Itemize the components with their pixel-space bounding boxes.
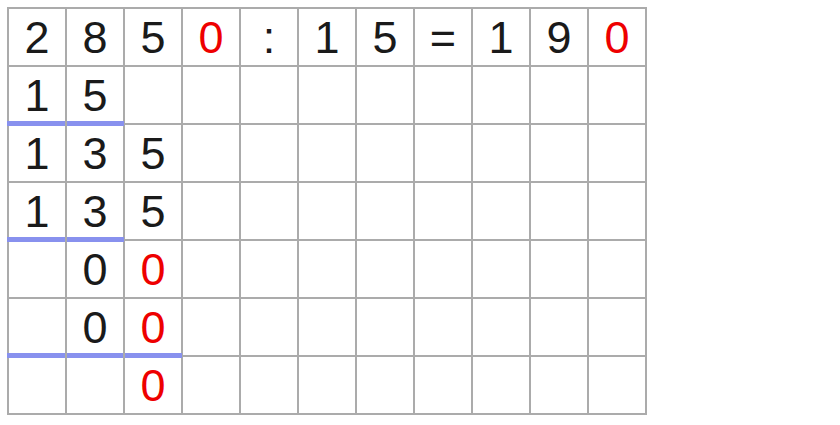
- grid-cell[interactable]: [299, 299, 355, 355]
- grid-cell[interactable]: 9: [531, 9, 587, 65]
- grid-cell[interactable]: [357, 241, 413, 297]
- grid-cell[interactable]: 8: [67, 9, 123, 65]
- grid-cell[interactable]: [125, 67, 181, 123]
- grid-cell[interactable]: [183, 183, 239, 239]
- grid-cell[interactable]: [241, 125, 297, 181]
- grid-cell[interactable]: 0: [589, 9, 645, 65]
- grid-cell[interactable]: [241, 67, 297, 123]
- grid-cell[interactable]: [473, 67, 529, 123]
- grid-cell[interactable]: [241, 241, 297, 297]
- grid-cell[interactable]: [589, 125, 645, 181]
- grid-cell[interactable]: [531, 299, 587, 355]
- grid-cell[interactable]: [241, 183, 297, 239]
- grid-cell[interactable]: 5: [67, 67, 123, 123]
- grid-cell[interactable]: [299, 357, 355, 413]
- grid-cell[interactable]: [531, 357, 587, 413]
- grid-cell[interactable]: 1: [299, 9, 355, 65]
- grid-cell[interactable]: [241, 357, 297, 413]
- grid-cell[interactable]: 0: [125, 241, 181, 297]
- grid-cell[interactable]: [241, 299, 297, 355]
- grid-cell[interactable]: [531, 67, 587, 123]
- grid-cell[interactable]: 3: [67, 183, 123, 239]
- grid-cell[interactable]: [299, 125, 355, 181]
- grid-cell[interactable]: [67, 357, 123, 413]
- grid-cell[interactable]: [589, 357, 645, 413]
- grid-cell[interactable]: [531, 183, 587, 239]
- grid-cell[interactable]: [415, 183, 471, 239]
- grid-cell[interactable]: [299, 67, 355, 123]
- grid-cell[interactable]: [589, 299, 645, 355]
- grid-cell[interactable]: [531, 125, 587, 181]
- grid-cell[interactable]: [9, 299, 65, 355]
- grid-cell[interactable]: 5: [125, 125, 181, 181]
- grid-cell[interactable]: [183, 67, 239, 123]
- grid-cell[interactable]: 5: [357, 9, 413, 65]
- grid-cell[interactable]: [357, 67, 413, 123]
- grid-cell[interactable]: [9, 357, 65, 413]
- grid-cell[interactable]: 1: [9, 125, 65, 181]
- grid-cell[interactable]: [415, 241, 471, 297]
- grid-cell[interactable]: [415, 357, 471, 413]
- grid-cell[interactable]: 1: [473, 9, 529, 65]
- grid-cell[interactable]: 2: [9, 9, 65, 65]
- grid-cell[interactable]: [473, 357, 529, 413]
- grid-cell[interactable]: [415, 67, 471, 123]
- grid-cell[interactable]: 1: [9, 183, 65, 239]
- division-worksheet: 2850:15=1901513513500000: [7, 7, 647, 415]
- grid-cell[interactable]: [183, 241, 239, 297]
- grid-cell[interactable]: [357, 357, 413, 413]
- grid-cell[interactable]: [473, 241, 529, 297]
- grid-cell[interactable]: [299, 183, 355, 239]
- grid-cell[interactable]: [589, 67, 645, 123]
- grid-cell[interactable]: 0: [67, 299, 123, 355]
- grid-cell[interactable]: [183, 357, 239, 413]
- grid-cell[interactable]: [589, 183, 645, 239]
- grid-cell[interactable]: =: [415, 9, 471, 65]
- grid-cell[interactable]: 0: [183, 9, 239, 65]
- grid-cell[interactable]: 0: [67, 241, 123, 297]
- grid-cell[interactable]: 3: [67, 125, 123, 181]
- grid-cell[interactable]: [473, 299, 529, 355]
- grid-cell[interactable]: [357, 125, 413, 181]
- grid-cell[interactable]: [473, 183, 529, 239]
- grid-cell[interactable]: 1: [9, 67, 65, 123]
- grid-cell[interactable]: 0: [125, 299, 181, 355]
- grid-cell[interactable]: [415, 125, 471, 181]
- grid-cell[interactable]: [473, 125, 529, 181]
- grid-cell[interactable]: [299, 241, 355, 297]
- grid-cell[interactable]: [357, 183, 413, 239]
- grid-cell[interactable]: 5: [125, 183, 181, 239]
- grid-cell[interactable]: [9, 241, 65, 297]
- grid-cell[interactable]: [415, 299, 471, 355]
- grid-cell[interactable]: 5: [125, 9, 181, 65]
- grid-cell[interactable]: [589, 241, 645, 297]
- grid-cell[interactable]: 0: [125, 357, 181, 413]
- grid-cell[interactable]: [531, 241, 587, 297]
- grid-cell[interactable]: :: [241, 9, 297, 65]
- grid-cell[interactable]: [183, 125, 239, 181]
- grid-cell[interactable]: [183, 299, 239, 355]
- division-board: 2850:15=1901513513500000: [7, 7, 647, 415]
- grid-cell[interactable]: [357, 299, 413, 355]
